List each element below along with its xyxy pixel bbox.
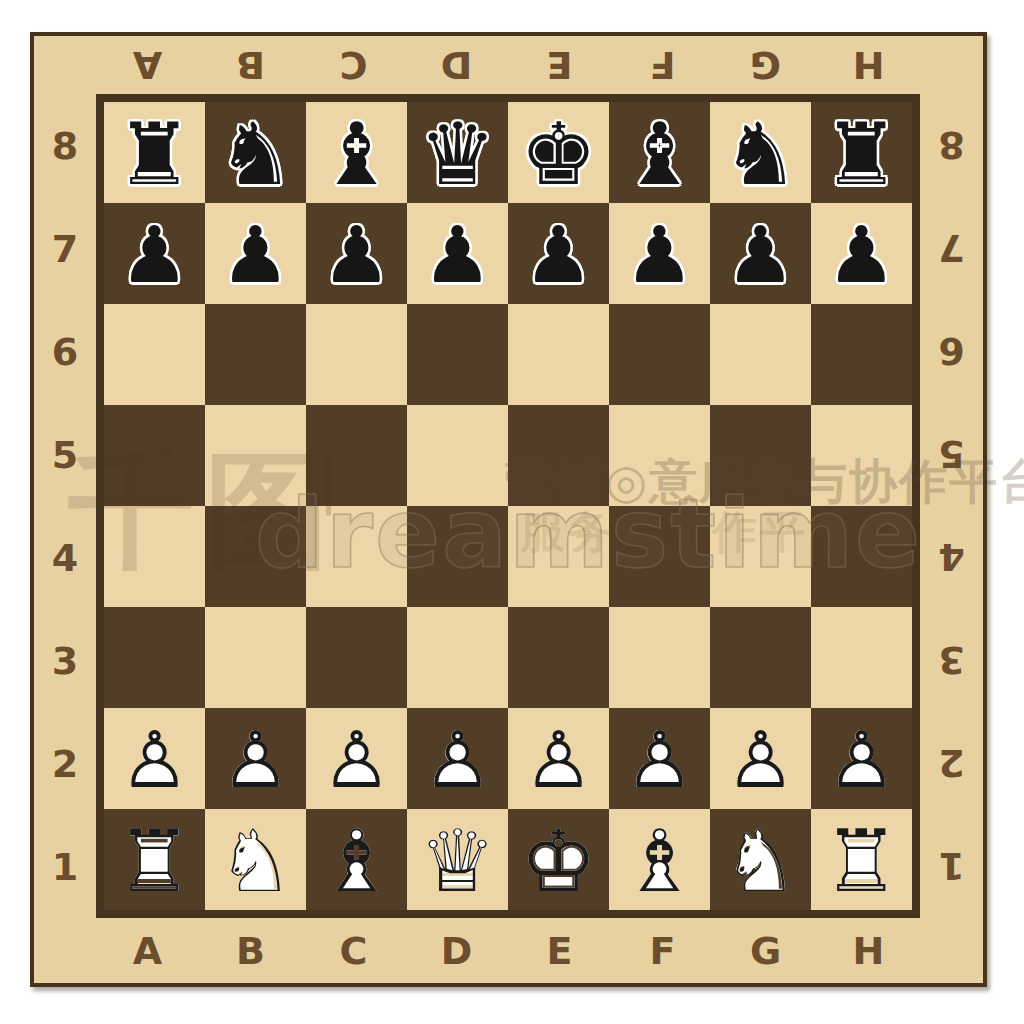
piece-white-outline: ♙	[221, 721, 291, 799]
rank-labels-left: 87654321	[34, 94, 96, 918]
piece-black-pawn: ♟	[423, 216, 493, 294]
square-a8[interactable]: ♜	[104, 102, 205, 203]
piece-white-king: ♚♔	[520, 818, 597, 904]
square-d1[interactable]: ♛♕	[407, 809, 508, 910]
square-b8[interactable]: ♞	[205, 102, 306, 203]
piece-black-pawn: ♟	[827, 216, 897, 294]
file-label-bottom-f: F	[611, 918, 714, 983]
square-f5[interactable]	[609, 405, 710, 506]
file-label-bottom-g: G	[714, 918, 817, 983]
square-c4[interactable]	[306, 506, 407, 607]
piece-black-bishop: ♝	[621, 111, 698, 197]
chess-board-frame: ABCDEFGH ABCDEFGH 87654321 87654321 ♜♞♝♛…	[30, 32, 987, 987]
piece-white-outline: ♙	[726, 721, 796, 799]
piece-white-outline: ♙	[423, 721, 493, 799]
square-d6[interactable]	[407, 304, 508, 405]
file-label-bottom-c: C	[302, 918, 405, 983]
square-a5[interactable]	[104, 405, 205, 506]
square-g6[interactable]	[710, 304, 811, 405]
piece-white-knight: ♞♘	[217, 818, 294, 904]
square-e7[interactable]: ♟	[508, 203, 609, 304]
square-b7[interactable]: ♟	[205, 203, 306, 304]
square-b1[interactable]: ♞♘	[205, 809, 306, 910]
square-a4[interactable]	[104, 506, 205, 607]
rank-label-left-1: 1	[34, 815, 96, 918]
file-label-bottom-e: E	[508, 918, 611, 983]
square-h4[interactable]	[811, 506, 912, 607]
rank-label-right-1: 1	[920, 815, 983, 918]
rank-label-left-4: 4	[34, 506, 96, 609]
piece-black-pawn: ♟	[221, 216, 291, 294]
square-g5[interactable]	[710, 405, 811, 506]
square-d7[interactable]: ♟	[407, 203, 508, 304]
piece-black-bishop: ♝	[318, 111, 395, 197]
file-label-top-h: H	[817, 36, 920, 94]
square-f8[interactable]: ♝	[609, 102, 710, 203]
square-h1[interactable]: ♜♖	[811, 809, 912, 910]
piece-white-outline: ♔	[520, 818, 597, 904]
piece-white-outline: ♙	[625, 721, 695, 799]
piece-black-pawn: ♟	[726, 216, 796, 294]
piece-white-outline: ♗	[621, 818, 698, 904]
piece-black-queen: ♛	[419, 111, 496, 197]
square-c7[interactable]: ♟	[306, 203, 407, 304]
rank-label-left-8: 8	[34, 94, 96, 197]
square-b5[interactable]	[205, 405, 306, 506]
chess-board: ♜♞♝♛♚♝♞♜♟♟♟♟♟♟♟♟♟♙♟♙♟♙♟♙♟♙♟♙♟♙♟♙♜♖♞♘♝♗♛♕…	[96, 94, 920, 918]
square-h6[interactable]	[811, 304, 912, 405]
rank-label-right-7: 7	[920, 197, 983, 300]
file-labels-bottom: ABCDEFGH	[96, 918, 920, 983]
square-e2[interactable]: ♟♙	[508, 708, 609, 809]
file-label-top-f: F	[611, 36, 714, 94]
rank-label-right-6: 6	[920, 300, 983, 403]
rank-label-right-5: 5	[920, 403, 983, 506]
rank-labels-right: 87654321	[920, 94, 983, 918]
square-f2[interactable]: ♟♙	[609, 708, 710, 809]
square-h7[interactable]: ♟	[811, 203, 912, 304]
square-d4[interactable]	[407, 506, 508, 607]
rank-label-right-3: 3	[920, 609, 983, 712]
piece-white-outline: ♙	[524, 721, 594, 799]
piece-black-knight: ♞	[217, 111, 294, 197]
file-label-top-a: A	[96, 36, 199, 94]
piece-white-outline: ♙	[322, 721, 392, 799]
square-g4[interactable]	[710, 506, 811, 607]
piece-black-pawn: ♟	[322, 216, 392, 294]
square-a6[interactable]	[104, 304, 205, 405]
square-d2[interactable]: ♟♙	[407, 708, 508, 809]
piece-white-rook: ♜♖	[116, 818, 193, 904]
piece-white-outline: ♕	[419, 818, 496, 904]
rank-label-left-3: 3	[34, 609, 96, 712]
square-b4[interactable]	[205, 506, 306, 607]
piece-white-bishop: ♝♗	[621, 818, 698, 904]
square-d5[interactable]	[407, 405, 508, 506]
file-label-top-g: G	[714, 36, 817, 94]
piece-white-outline: ♙	[827, 721, 897, 799]
square-h2[interactable]: ♟♙	[811, 708, 912, 809]
square-e3[interactable]	[508, 607, 609, 708]
square-e5[interactable]	[508, 405, 609, 506]
piece-white-pawn: ♟♙	[322, 721, 392, 799]
piece-white-outline: ♖	[823, 818, 900, 904]
square-f7[interactable]: ♟	[609, 203, 710, 304]
piece-white-pawn: ♟♙	[524, 721, 594, 799]
piece-white-rook: ♜♖	[823, 818, 900, 904]
file-label-bottom-d: D	[405, 918, 508, 983]
square-g8[interactable]: ♞	[710, 102, 811, 203]
square-c8[interactable]: ♝	[306, 102, 407, 203]
square-d3[interactable]	[407, 607, 508, 708]
rank-label-left-6: 6	[34, 300, 96, 403]
rank-label-right-4: 4	[920, 506, 983, 609]
file-label-bottom-a: A	[96, 918, 199, 983]
rank-label-left-5: 5	[34, 403, 96, 506]
piece-black-rook: ♜	[116, 111, 193, 197]
square-g7[interactable]: ♟	[710, 203, 811, 304]
square-d8[interactable]: ♛	[407, 102, 508, 203]
square-h3[interactable]	[811, 607, 912, 708]
file-label-top-c: C	[302, 36, 405, 94]
rank-label-right-2: 2	[920, 712, 983, 815]
rank-label-left-2: 2	[34, 712, 96, 815]
square-g2[interactable]: ♟♙	[710, 708, 811, 809]
square-a2[interactable]: ♟♙	[104, 708, 205, 809]
piece-black-pawn: ♟	[120, 216, 190, 294]
piece-black-pawn: ♟	[625, 216, 695, 294]
piece-white-pawn: ♟♙	[726, 721, 796, 799]
piece-white-pawn: ♟♙	[221, 721, 291, 799]
square-e8[interactable]: ♚	[508, 102, 609, 203]
piece-black-rook: ♜	[823, 111, 900, 197]
square-e4[interactable]	[508, 506, 609, 607]
piece-white-knight: ♞♘	[722, 818, 799, 904]
file-label-bottom-b: B	[199, 918, 302, 983]
piece-white-pawn: ♟♙	[120, 721, 190, 799]
square-a1[interactable]: ♜♖	[104, 809, 205, 910]
rank-label-right-8: 8	[920, 94, 983, 197]
square-c1[interactable]: ♝♗	[306, 809, 407, 910]
square-c6[interactable]	[306, 304, 407, 405]
file-label-top-b: B	[199, 36, 302, 94]
piece-white-pawn: ♟♙	[423, 721, 493, 799]
file-labels-top: ABCDEFGH	[96, 36, 920, 94]
piece-white-outline: ♖	[116, 818, 193, 904]
square-c3[interactable]	[306, 607, 407, 708]
square-c2[interactable]: ♟♙	[306, 708, 407, 809]
piece-white-outline: ♘	[217, 818, 294, 904]
square-a7[interactable]: ♟	[104, 203, 205, 304]
square-a3[interactable]	[104, 607, 205, 708]
piece-white-outline: ♙	[120, 721, 190, 799]
piece-white-outline: ♘	[722, 818, 799, 904]
square-f3[interactable]	[609, 607, 710, 708]
piece-black-king: ♚	[520, 111, 597, 197]
piece-white-bishop: ♝♗	[318, 818, 395, 904]
square-g1[interactable]: ♞♘	[710, 809, 811, 910]
square-h8[interactable]: ♜	[811, 102, 912, 203]
square-c5[interactable]	[306, 405, 407, 506]
piece-white-queen: ♛♕	[419, 818, 496, 904]
square-f4[interactable]	[609, 506, 710, 607]
file-label-top-d: D	[405, 36, 508, 94]
square-b3[interactable]	[205, 607, 306, 708]
square-b2[interactable]: ♟♙	[205, 708, 306, 809]
piece-white-pawn: ♟♙	[625, 721, 695, 799]
square-f6[interactable]	[609, 304, 710, 405]
piece-white-pawn: ♟♙	[827, 721, 897, 799]
square-h5[interactable]	[811, 405, 912, 506]
square-b6[interactable]	[205, 304, 306, 405]
file-label-top-e: E	[508, 36, 611, 94]
piece-black-knight: ♞	[722, 111, 799, 197]
piece-black-pawn: ♟	[524, 216, 594, 294]
rank-label-left-7: 7	[34, 197, 96, 300]
square-g3[interactable]	[710, 607, 811, 708]
square-e1[interactable]: ♚♔	[508, 809, 609, 910]
file-label-bottom-h: H	[817, 918, 920, 983]
square-e6[interactable]	[508, 304, 609, 405]
square-f1[interactable]: ♝♗	[609, 809, 710, 910]
piece-white-outline: ♗	[318, 818, 395, 904]
